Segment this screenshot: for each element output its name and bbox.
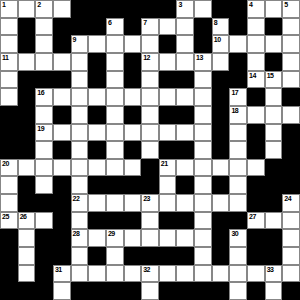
white-cell[interactable] [141, 124, 159, 142]
white-cell[interactable] [212, 265, 230, 283]
white-cell[interactable] [247, 265, 265, 283]
white-cell[interactable]: 8 [212, 18, 230, 36]
white-cell[interactable]: 29 [106, 229, 124, 247]
white-cell[interactable] [265, 141, 283, 159]
white-cell[interactable] [106, 141, 124, 159]
white-cell[interactable] [194, 106, 212, 124]
black-cell [124, 0, 142, 18]
black-cell [124, 141, 142, 159]
black-cell [71, 18, 89, 36]
black-cell [247, 141, 265, 159]
white-cell[interactable] [106, 106, 124, 124]
white-cell[interactable] [71, 265, 89, 283]
white-cell[interactable] [194, 141, 212, 159]
crossword-board: 1234567891011121314151617181920212223242… [0, 0, 300, 300]
clue-number: 18 [231, 107, 238, 114]
black-cell [247, 282, 265, 300]
white-cell[interactable] [18, 247, 36, 265]
white-cell[interactable] [124, 159, 142, 177]
white-cell[interactable] [212, 194, 230, 212]
white-cell[interactable]: 3 [176, 0, 194, 18]
clue-number: 1 [2, 1, 5, 8]
white-cell[interactable] [71, 71, 89, 89]
black-cell [212, 71, 230, 89]
white-cell[interactable] [229, 124, 247, 142]
black-cell [35, 229, 53, 247]
white-cell[interactable] [265, 88, 283, 106]
black-cell [18, 106, 36, 124]
black-cell [53, 176, 71, 194]
clue-number: 12 [143, 54, 150, 61]
white-cell[interactable] [176, 18, 194, 36]
black-cell [0, 229, 18, 247]
white-cell[interactable]: 16 [35, 88, 53, 106]
white-cell[interactable] [176, 35, 194, 53]
black-cell [71, 0, 89, 18]
white-cell[interactable] [106, 194, 124, 212]
white-cell[interactable] [141, 282, 159, 300]
white-cell[interactable]: 9 [71, 35, 89, 53]
clue-number: 16 [37, 89, 44, 96]
white-cell[interactable] [88, 159, 106, 177]
black-cell [194, 18, 212, 36]
white-cell[interactable]: 7 [141, 18, 159, 36]
white-cell[interactable] [53, 159, 71, 177]
white-cell[interactable] [141, 212, 159, 230]
black-cell [212, 141, 230, 159]
black-cell [176, 282, 194, 300]
black-cell [124, 282, 142, 300]
white-cell[interactable]: 17 [229, 88, 247, 106]
black-cell [35, 265, 53, 283]
clue-number: 24 [284, 195, 291, 202]
white-cell[interactable] [229, 247, 247, 265]
white-cell[interactable] [212, 53, 230, 71]
white-cell[interactable]: 32 [141, 265, 159, 283]
white-cell[interactable]: 13 [194, 53, 212, 71]
black-cell [159, 282, 177, 300]
white-cell[interactable] [159, 194, 177, 212]
clue-number: 4 [249, 1, 252, 8]
white-cell[interactable] [176, 53, 194, 71]
white-cell[interactable] [141, 106, 159, 124]
black-cell [212, 176, 230, 194]
white-cell[interactable]: 19 [35, 124, 53, 142]
white-cell[interactable] [265, 35, 283, 53]
white-cell[interactable] [71, 247, 89, 265]
white-cell[interactable] [141, 88, 159, 106]
black-cell [0, 265, 18, 283]
white-cell[interactable] [265, 106, 283, 124]
white-cell[interactable] [282, 71, 300, 89]
black-cell [229, 212, 247, 230]
black-cell [212, 247, 230, 265]
black-cell [247, 88, 265, 106]
black-cell [18, 88, 36, 106]
black-cell [124, 106, 142, 124]
white-cell[interactable] [265, 282, 283, 300]
white-cell[interactable] [18, 53, 36, 71]
black-cell [282, 88, 300, 106]
clue-number: 25 [2, 213, 9, 220]
black-cell [88, 0, 106, 18]
clue-number: 13 [196, 54, 203, 61]
white-cell[interactable] [265, 212, 283, 230]
white-cell[interactable] [106, 71, 124, 89]
white-cell[interactable] [71, 88, 89, 106]
black-cell [176, 106, 194, 124]
black-cell [53, 229, 71, 247]
black-cell [282, 176, 300, 194]
white-cell[interactable] [71, 176, 89, 194]
clue-number: 29 [108, 230, 115, 237]
white-cell[interactable] [53, 53, 71, 71]
clue-number: 20 [2, 160, 9, 167]
white-cell[interactable] [18, 265, 36, 283]
white-cell[interactable] [265, 0, 283, 18]
black-cell [0, 106, 18, 124]
black-cell [282, 124, 300, 142]
black-cell [159, 71, 177, 89]
black-cell [53, 35, 71, 53]
white-cell[interactable] [282, 212, 300, 230]
black-cell [141, 159, 159, 177]
black-cell [229, 18, 247, 36]
black-cell [35, 194, 53, 212]
black-cell [18, 194, 36, 212]
white-cell[interactable] [141, 35, 159, 53]
black-cell [282, 141, 300, 159]
white-cell[interactable] [53, 282, 71, 300]
white-cell[interactable] [176, 88, 194, 106]
white-cell[interactable]: 30 [229, 229, 247, 247]
white-cell[interactable]: 21 [159, 159, 177, 177]
white-cell[interactable] [159, 229, 177, 247]
white-cell[interactable] [194, 159, 212, 177]
clue-number: 8 [214, 19, 217, 26]
clue-number: 23 [143, 195, 150, 202]
black-cell [18, 71, 36, 89]
white-cell[interactable] [18, 0, 36, 18]
white-cell[interactable] [106, 88, 124, 106]
white-cell[interactable] [282, 247, 300, 265]
white-cell[interactable] [18, 229, 36, 247]
black-cell [282, 159, 300, 177]
black-cell [159, 141, 177, 159]
clue-number: 11 [2, 54, 8, 61]
white-cell[interactable] [141, 141, 159, 159]
white-cell[interactable] [212, 159, 230, 177]
white-cell[interactable] [282, 229, 300, 247]
black-cell [247, 194, 265, 212]
white-cell[interactable] [35, 212, 53, 230]
white-cell[interactable] [88, 194, 106, 212]
clue-number: 15 [267, 72, 274, 79]
black-cell [212, 106, 230, 124]
clue-number: 14 [249, 72, 256, 79]
white-cell[interactable] [141, 71, 159, 89]
black-cell [176, 71, 194, 89]
white-cell[interactable]: 22 [71, 194, 89, 212]
black-cell [53, 141, 71, 159]
clue-number: 19 [37, 125, 44, 132]
clue-number: 3 [178, 1, 181, 8]
black-cell [106, 212, 124, 230]
white-cell[interactable] [35, 18, 53, 36]
white-cell[interactable]: 24 [282, 194, 300, 212]
white-cell[interactable] [88, 35, 106, 53]
white-cell[interactable]: 14 [247, 71, 265, 89]
black-cell [106, 282, 124, 300]
clue-number: 22 [73, 195, 80, 202]
black-cell [265, 247, 283, 265]
white-cell[interactable] [106, 35, 124, 53]
white-cell[interactable] [0, 71, 18, 89]
white-cell[interactable] [282, 106, 300, 124]
white-cell[interactable] [247, 35, 265, 53]
white-cell[interactable] [71, 106, 89, 124]
white-cell[interactable]: 26 [18, 212, 36, 230]
white-cell[interactable]: 23 [141, 194, 159, 212]
white-cell[interactable] [159, 18, 177, 36]
black-cell [247, 247, 265, 265]
black-cell [35, 71, 53, 89]
white-cell[interactable] [229, 176, 247, 194]
black-cell [159, 212, 177, 230]
black-cell [229, 53, 247, 71]
white-cell[interactable] [176, 124, 194, 142]
black-cell [18, 141, 36, 159]
white-cell[interactable] [0, 194, 18, 212]
white-cell[interactable] [71, 124, 89, 142]
white-cell[interactable]: 2 [35, 0, 53, 18]
white-cell[interactable] [35, 159, 53, 177]
white-cell[interactable] [194, 124, 212, 142]
black-cell [124, 71, 142, 89]
white-cell[interactable] [88, 88, 106, 106]
black-cell [18, 35, 36, 53]
white-cell[interactable] [141, 229, 159, 247]
black-cell [229, 71, 247, 89]
white-cell[interactable] [124, 265, 142, 283]
white-cell[interactable] [88, 229, 106, 247]
black-cell [0, 282, 18, 300]
white-cell[interactable] [265, 124, 283, 142]
white-cell[interactable] [0, 35, 18, 53]
white-cell[interactable] [71, 141, 89, 159]
black-cell [265, 229, 283, 247]
black-cell [88, 141, 106, 159]
black-cell [176, 212, 194, 230]
white-cell[interactable] [247, 53, 265, 71]
white-cell[interactable] [159, 53, 177, 71]
white-cell[interactable] [106, 247, 124, 265]
black-cell [159, 35, 177, 53]
white-cell[interactable] [88, 124, 106, 142]
black-cell [212, 124, 230, 142]
white-cell[interactable] [282, 265, 300, 283]
black-cell [53, 71, 71, 89]
black-cell [53, 106, 71, 124]
clue-number: 32 [143, 266, 150, 273]
black-cell [141, 247, 159, 265]
white-cell[interactable] [159, 176, 177, 194]
white-cell[interactable] [194, 229, 212, 247]
white-cell[interactable] [106, 265, 124, 283]
clue-number: 10 [214, 36, 221, 43]
white-cell[interactable] [106, 53, 124, 71]
black-cell [35, 247, 53, 265]
clue-number: 28 [73, 230, 80, 237]
white-cell[interactable] [194, 71, 212, 89]
white-cell[interactable] [176, 194, 194, 212]
white-cell[interactable] [247, 159, 265, 177]
black-cell [71, 282, 89, 300]
clue-number: 27 [249, 213, 256, 220]
clue-number: 26 [20, 213, 27, 220]
black-cell [106, 176, 124, 194]
black-cell [159, 106, 177, 124]
clue-number: 17 [231, 89, 238, 96]
black-cell [35, 282, 53, 300]
black-cell [265, 53, 283, 71]
white-cell[interactable] [159, 88, 177, 106]
white-cell[interactable] [194, 247, 212, 265]
white-cell[interactable] [124, 88, 142, 106]
white-cell[interactable] [71, 159, 89, 177]
white-cell[interactable] [282, 35, 300, 53]
black-cell [265, 159, 283, 177]
black-cell [18, 18, 36, 36]
black-cell [194, 282, 212, 300]
black-cell [88, 212, 106, 230]
black-cell [88, 282, 106, 300]
white-cell[interactable] [35, 106, 53, 124]
white-cell[interactable] [229, 265, 247, 283]
black-cell [247, 176, 265, 194]
black-cell [0, 124, 18, 142]
white-cell[interactable] [53, 0, 71, 18]
black-cell [18, 124, 36, 142]
white-cell[interactable] [229, 282, 247, 300]
black-cell [124, 18, 142, 36]
black-cell [141, 176, 159, 194]
white-cell[interactable] [194, 88, 212, 106]
clue-number: 33 [267, 266, 274, 273]
white-cell[interactable] [35, 35, 53, 53]
white-cell[interactable] [247, 18, 265, 36]
white-cell[interactable] [229, 159, 247, 177]
white-cell[interactable] [124, 194, 142, 212]
white-cell[interactable] [0, 18, 18, 36]
white-cell[interactable] [53, 124, 71, 142]
white-cell[interactable] [282, 53, 300, 71]
black-cell [124, 176, 142, 194]
white-cell[interactable] [159, 124, 177, 142]
white-cell[interactable] [53, 88, 71, 106]
black-cell [53, 18, 71, 36]
white-cell[interactable]: 15 [265, 71, 283, 89]
black-cell [141, 0, 159, 18]
white-cell[interactable]: 5 [282, 0, 300, 18]
black-cell [53, 247, 71, 265]
white-cell[interactable] [229, 194, 247, 212]
black-cell [53, 212, 71, 230]
white-cell[interactable]: 28 [71, 229, 89, 247]
clue-number: 6 [108, 19, 111, 26]
white-cell[interactable] [194, 194, 212, 212]
white-cell[interactable]: 33 [265, 265, 283, 283]
black-cell [159, 0, 177, 18]
black-cell [176, 247, 194, 265]
white-cell[interactable] [176, 229, 194, 247]
white-cell[interactable] [35, 141, 53, 159]
black-cell [194, 35, 212, 53]
black-cell [176, 141, 194, 159]
white-cell[interactable] [229, 35, 247, 53]
black-cell [88, 53, 106, 71]
white-cell[interactable]: 31 [53, 265, 71, 283]
black-cell [212, 88, 230, 106]
black-cell [0, 247, 18, 265]
black-cell [212, 229, 230, 247]
white-cell[interactable] [18, 159, 36, 177]
white-cell[interactable]: 20 [0, 159, 18, 177]
white-cell[interactable]: 10 [212, 35, 230, 53]
white-cell[interactable]: 1 [0, 0, 18, 18]
white-cell[interactable]: 4 [247, 0, 265, 18]
white-cell[interactable]: 18 [229, 106, 247, 124]
white-cell[interactable] [194, 212, 212, 230]
white-cell[interactable] [229, 141, 247, 159]
white-cell[interactable] [106, 159, 124, 177]
white-cell[interactable] [194, 0, 212, 18]
white-cell[interactable] [71, 53, 89, 71]
white-cell[interactable] [35, 53, 53, 71]
white-cell[interactable] [247, 106, 265, 124]
white-cell[interactable] [124, 229, 142, 247]
white-cell[interactable] [194, 176, 212, 194]
black-cell [212, 282, 230, 300]
white-cell[interactable] [106, 124, 124, 142]
black-cell [282, 282, 300, 300]
white-cell[interactable] [282, 18, 300, 36]
white-cell[interactable] [159, 265, 177, 283]
white-cell[interactable] [176, 265, 194, 283]
white-cell[interactable] [176, 159, 194, 177]
black-cell [124, 247, 142, 265]
white-cell[interactable] [124, 35, 142, 53]
clue-number: 30 [231, 230, 238, 237]
clue-number: 21 [161, 160, 168, 167]
white-cell[interactable] [35, 176, 53, 194]
white-cell[interactable] [88, 265, 106, 283]
white-cell[interactable] [71, 212, 89, 230]
clue-number: 31 [55, 266, 62, 273]
white-cell[interactable] [0, 88, 18, 106]
black-cell [88, 106, 106, 124]
white-cell[interactable]: 25 [0, 212, 18, 230]
white-cell[interactable]: 11 [0, 53, 18, 71]
white-cell[interactable] [194, 265, 212, 283]
black-cell [265, 18, 283, 36]
white-cell[interactable]: 27 [247, 212, 265, 230]
white-cell[interactable] [0, 176, 18, 194]
white-cell[interactable] [124, 124, 142, 142]
white-cell[interactable]: 12 [141, 53, 159, 71]
white-cell[interactable]: 6 [106, 18, 124, 36]
black-cell [18, 282, 36, 300]
